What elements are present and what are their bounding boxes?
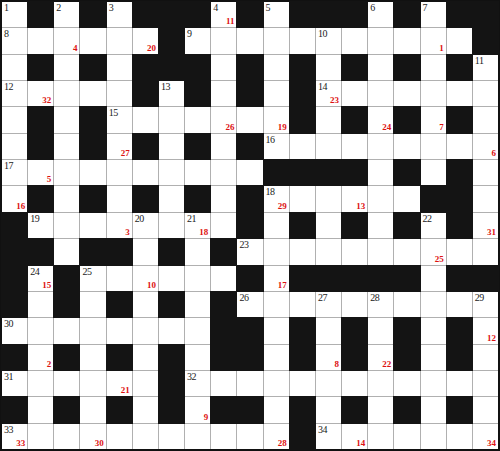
letter-cell-r17c16[interactable] — [394, 424, 419, 449]
black-cell-r4c8 — [185, 81, 210, 106]
clue-number-16: 16 — [266, 134, 275, 145]
black-cell-r8c17 — [421, 186, 446, 211]
letter-cell-r12c13[interactable]: 27 — [316, 292, 341, 317]
letter-cell-r12c15[interactable]: 28 — [368, 292, 393, 317]
red-number-15: 15 — [42, 281, 51, 290]
letter-cell-r7c5[interactable] — [107, 160, 132, 185]
red-number-11: 11 — [226, 17, 235, 26]
clue-number-22: 22 — [423, 213, 432, 224]
black-cell-r3c6 — [133, 55, 158, 80]
letter-cell-r14c11[interactable] — [264, 345, 289, 370]
letter-cell-r15c12[interactable] — [290, 371, 315, 396]
letter-cell-r17c8[interactable] — [185, 424, 210, 449]
letter-cell-r2c11[interactable] — [264, 28, 289, 53]
letter-cell-r4c17[interactable] — [421, 81, 446, 106]
black-cell-r1c4 — [80, 2, 105, 27]
clue-number-18: 18 — [266, 186, 275, 197]
red-number-8: 8 — [335, 360, 340, 369]
letter-cell-r9c6[interactable]: 20 — [133, 213, 158, 238]
letter-cell-r16c2[interactable] — [28, 397, 53, 422]
letter-cell-r13c17[interactable] — [421, 318, 446, 343]
black-cell-r14c12 — [290, 345, 315, 370]
letter-cell-r11c8[interactable] — [185, 266, 210, 291]
letter-cell-r6c7[interactable] — [159, 134, 184, 159]
black-cell-r14c10 — [237, 345, 262, 370]
letter-cell-r1c3[interactable]: 2 — [54, 2, 79, 27]
letter-cell-r17c6[interactable] — [133, 424, 158, 449]
letter-cell-r5c10[interactable] — [237, 107, 262, 132]
letter-cell-r10c8[interactable] — [185, 239, 210, 264]
letter-cell-r10c17[interactable]: 25 — [421, 239, 446, 264]
letter-cell-r17c1[interactable]: 3333 — [2, 424, 27, 449]
letter-cell-r7c9[interactable] — [211, 160, 236, 185]
letter-cell-r13c13[interactable] — [316, 318, 341, 343]
letter-cell-r15c2[interactable] — [28, 371, 53, 396]
letter-cell-r9c13[interactable] — [316, 213, 341, 238]
letter-cell-r10c15[interactable] — [368, 239, 393, 264]
black-cell-r13c12 — [290, 318, 315, 343]
black-cell-r3c14 — [342, 55, 367, 80]
letter-cell-r7c17[interactable] — [421, 160, 446, 185]
letter-cell-r14c15[interactable]: 22 — [368, 345, 393, 370]
letter-cell-r12c6[interactable] — [133, 292, 158, 317]
letter-cell-r2c4[interactable] — [80, 28, 105, 53]
letter-cell-r7c4[interactable] — [80, 160, 105, 185]
red-number-17: 17 — [278, 281, 287, 290]
clue-number-6: 6 — [370, 2, 375, 13]
letter-cell-r10c10[interactable]: 23 — [237, 239, 262, 264]
letter-cell-r6c14[interactable] — [342, 134, 367, 159]
letter-cell-r7c7[interactable] — [159, 160, 184, 185]
letter-cell-r3c5[interactable] — [107, 55, 132, 80]
letter-cell-r14c8[interactable] — [185, 345, 210, 370]
letter-cell-r2c10[interactable] — [237, 28, 262, 53]
black-cell-r14c16 — [394, 345, 419, 370]
letter-cell-r1c1[interactable]: 1 — [2, 2, 27, 27]
black-cell-r4c12 — [290, 81, 315, 106]
black-cell-r10c9 — [211, 239, 236, 264]
letter-cell-r16c15[interactable] — [368, 397, 393, 422]
letter-cell-r8c13[interactable] — [316, 186, 341, 211]
letter-cell-r4c3[interactable] — [54, 81, 79, 106]
letter-cell-r2c2[interactable] — [28, 28, 53, 53]
clue-number-1: 1 — [4, 2, 9, 13]
black-cell-r6c6 — [133, 134, 158, 159]
black-cell-r12c9 — [211, 292, 236, 317]
letter-cell-r8c19[interactable] — [473, 186, 498, 211]
letter-cell-r9c3[interactable] — [54, 213, 79, 238]
letter-cell-r10c13[interactable] — [316, 239, 341, 264]
letter-cell-r6c15[interactable] — [368, 134, 393, 159]
letter-cell-r7c2[interactable]: 5 — [28, 160, 53, 185]
letter-cell-r2c12[interactable] — [290, 28, 315, 53]
letter-cell-r14c17[interactable] — [421, 345, 446, 370]
letter-cell-r13c7[interactable] — [159, 318, 184, 343]
letter-cell-r13c4[interactable] — [80, 318, 105, 343]
letter-cell-r3c15[interactable] — [368, 55, 393, 80]
black-cell-r17c12 — [290, 424, 315, 449]
letter-cell-r13c11[interactable] — [264, 318, 289, 343]
letter-cell-r15c3[interactable] — [54, 371, 79, 396]
letter-cell-r8c7[interactable] — [159, 186, 184, 211]
letter-cell-r16c8[interactable]: 9 — [185, 397, 210, 422]
black-cell-r1c19 — [473, 2, 498, 27]
black-cell-r5c14 — [342, 107, 367, 132]
black-cell-r16c12 — [290, 397, 315, 422]
letter-cell-r8c3[interactable] — [54, 186, 79, 211]
black-cell-r9c10 — [237, 213, 262, 238]
letter-cell-r17c5[interactable] — [107, 424, 132, 449]
letter-cell-r8c5[interactable] — [107, 186, 132, 211]
letter-cell-r2c15[interactable] — [368, 28, 393, 53]
letter-cell-r15c13[interactable] — [316, 371, 341, 396]
black-cell-r9c18 — [447, 213, 472, 238]
black-cell-r11c13 — [316, 266, 341, 291]
letter-cell-r5c13[interactable] — [316, 107, 341, 132]
letter-cell-r17c2[interactable] — [28, 424, 53, 449]
letter-cell-r4c14[interactable] — [342, 81, 367, 106]
letter-cell-r13c8[interactable] — [185, 318, 210, 343]
black-cell-r6c8 — [185, 134, 210, 159]
letter-cell-r2c1[interactable]: 8 — [2, 28, 27, 53]
letter-cell-r12c19[interactable]: 29 — [473, 292, 498, 317]
letter-cell-r10c14[interactable] — [342, 239, 367, 264]
letter-cell-r13c1[interactable]: 30 — [2, 318, 27, 343]
letter-cell-r3c1[interactable] — [2, 55, 27, 80]
red-number-10: 10 — [147, 281, 156, 290]
clue-number-32: 32 — [187, 371, 196, 382]
black-cell-r12c1 — [2, 292, 27, 317]
letter-cell-r11c17[interactable] — [421, 266, 446, 291]
letter-cell-r16c13[interactable] — [316, 397, 341, 422]
letter-cell-r11c2[interactable]: 2415 — [28, 266, 53, 291]
letter-cell-r12c12[interactable] — [290, 292, 315, 317]
letter-cell-r14c2[interactable]: 2 — [28, 345, 53, 370]
letter-cell-r15c9[interactable] — [211, 371, 236, 396]
letter-cell-r6c17[interactable] — [421, 134, 446, 159]
letter-cell-r9c7[interactable] — [159, 213, 184, 238]
letter-cell-r15c4[interactable] — [80, 371, 105, 396]
letter-cell-r15c17[interactable] — [421, 371, 446, 396]
letter-cell-r11c11[interactable]: 17 — [264, 266, 289, 291]
letter-cell-r8c14[interactable]: 13 — [342, 186, 367, 211]
letter-cell-r5c15[interactable]: 24 — [368, 107, 393, 132]
letter-cell-r13c2[interactable] — [28, 318, 53, 343]
letter-cell-r1c17[interactable]: 7 — [421, 2, 446, 27]
letter-cell-r5c7[interactable] — [159, 107, 184, 132]
letter-cell-r4c11[interactable] — [264, 81, 289, 106]
black-cell-r1c12 — [290, 2, 315, 27]
letter-cell-r2c8[interactable]: 9 — [185, 28, 210, 53]
letter-cell-r7c15[interactable] — [368, 160, 393, 185]
black-cell-r3c12 — [290, 55, 315, 80]
letter-cell-r2c17[interactable]: 1 — [421, 28, 446, 53]
letter-cell-r10c11[interactable] — [264, 239, 289, 264]
letter-cell-r4c4[interactable] — [80, 81, 105, 106]
letter-cell-r5c8[interactable] — [185, 107, 210, 132]
black-cell-r16c9 — [211, 397, 236, 422]
letter-cell-r5c3[interactable] — [54, 107, 79, 132]
letter-cell-r12c8[interactable] — [185, 292, 210, 317]
letter-cell-r7c3[interactable] — [54, 160, 79, 185]
letter-cell-r5c19[interactable] — [473, 107, 498, 132]
letter-cell-r9c15[interactable] — [368, 213, 393, 238]
letter-cell-r15c11[interactable] — [264, 371, 289, 396]
letter-cell-r15c10[interactable] — [237, 371, 262, 396]
letter-cell-r17c9[interactable] — [211, 424, 236, 449]
red-number-19: 19 — [278, 123, 287, 132]
letter-cell-r16c4[interactable] — [80, 397, 105, 422]
letter-cell-r1c11[interactable]: 5 — [264, 2, 289, 27]
letter-cell-r12c18[interactable] — [447, 292, 472, 317]
letter-cell-r2c16[interactable] — [394, 28, 419, 53]
black-cell-r5c18 — [447, 107, 472, 132]
letter-cell-r7c10[interactable] — [237, 160, 262, 185]
clue-number-21: 21 — [187, 213, 196, 224]
letter-cell-r1c9[interactable]: 411 — [211, 2, 236, 27]
letter-cell-r12c16[interactable] — [394, 292, 419, 317]
letter-cell-r15c8[interactable]: 32 — [185, 371, 210, 396]
letter-cell-r9c8[interactable]: 2118 — [185, 213, 210, 238]
letter-cell-r15c6[interactable] — [133, 371, 158, 396]
letter-cell-r15c18[interactable] — [447, 371, 472, 396]
black-cell-r6c4 — [80, 134, 105, 159]
letter-cell-r7c6[interactable] — [133, 160, 158, 185]
letter-cell-r12c4[interactable] — [80, 292, 105, 317]
letter-cell-r3c19[interactable]: 11 — [473, 55, 498, 80]
letter-cell-r15c14[interactable] — [342, 371, 367, 396]
letter-cell-r3c13[interactable] — [316, 55, 341, 80]
clue-number-19: 19 — [30, 213, 39, 224]
letter-cell-r17c11[interactable]: 28 — [264, 424, 289, 449]
letter-cell-r17c13[interactable]: 34 — [316, 424, 341, 449]
black-cell-r9c12 — [290, 213, 315, 238]
letter-cell-r6c9[interactable] — [211, 134, 236, 159]
red-number-30: 30 — [95, 439, 104, 448]
red-number-34: 34 — [487, 439, 496, 448]
letter-cell-r9c5[interactable]: 3 — [107, 213, 132, 238]
clue-number-15: 15 — [109, 107, 118, 118]
letter-cell-r14c13[interactable]: 8 — [316, 345, 341, 370]
letter-cell-r10c12[interactable] — [290, 239, 315, 264]
letter-cell-r13c6[interactable] — [133, 318, 158, 343]
black-cell-r7c14 — [342, 160, 367, 185]
letter-cell-r10c6[interactable] — [133, 239, 158, 264]
letter-cell-r5c1[interactable] — [2, 107, 27, 132]
letter-cell-r3c9[interactable] — [211, 55, 236, 80]
letter-cell-r15c15[interactable] — [368, 371, 393, 396]
letter-cell-r17c10[interactable] — [237, 424, 262, 449]
letter-cell-r4c5[interactable] — [107, 81, 132, 106]
black-cell-r16c10 — [237, 397, 262, 422]
letter-cell-r6c19[interactable]: 6 — [473, 134, 498, 159]
letter-cell-r14c19[interactable] — [473, 345, 498, 370]
letter-cell-r15c1[interactable]: 31 — [2, 371, 27, 396]
letter-cell-r17c4[interactable]: 30 — [80, 424, 105, 449]
black-cell-r7c13 — [316, 160, 341, 185]
black-cell-r8c10 — [237, 186, 262, 211]
letter-cell-r6c13[interactable] — [316, 134, 341, 159]
letter-cell-r11c6[interactable]: 10 — [133, 266, 158, 291]
letter-cell-r10c16[interactable] — [394, 239, 419, 264]
letter-cell-r4c1[interactable]: 12 — [2, 81, 27, 106]
letter-cell-r11c5[interactable] — [107, 266, 132, 291]
letter-cell-r12c10[interactable]: 26 — [237, 292, 262, 317]
letter-cell-r6c18[interactable] — [447, 134, 472, 159]
letter-cell-r17c3[interactable] — [54, 424, 79, 449]
letter-cell-r16c19[interactable] — [473, 397, 498, 422]
black-cell-r9c16 — [394, 213, 419, 238]
letter-cell-r1c15[interactable]: 6 — [368, 2, 393, 27]
letter-cell-r2c9[interactable] — [211, 28, 236, 53]
red-number-2: 2 — [47, 360, 52, 369]
letter-cell-r2c5[interactable] — [107, 28, 132, 53]
letter-cell-r7c19[interactable] — [473, 160, 498, 185]
red-number-24: 24 — [382, 123, 391, 132]
letter-cell-r5c11[interactable]: 19 — [264, 107, 289, 132]
black-cell-r11c1 — [2, 266, 27, 291]
black-cell-r7c16 — [394, 160, 419, 185]
red-number-21: 21 — [121, 386, 130, 395]
black-cell-r11c10 — [237, 266, 262, 291]
letter-cell-r17c15[interactable] — [368, 424, 393, 449]
letter-cell-r7c8[interactable] — [185, 160, 210, 185]
letter-cell-r4c18[interactable] — [447, 81, 472, 106]
letter-cell-r12c17[interactable] — [421, 292, 446, 317]
black-cell-r8c4 — [80, 186, 105, 211]
letter-cell-r7c1[interactable]: 17 — [2, 160, 27, 185]
black-cell-r14c9 — [211, 345, 236, 370]
letter-cell-r9c11[interactable] — [264, 213, 289, 238]
letter-cell-r14c4[interactable] — [80, 345, 105, 370]
letter-cell-r12c11[interactable] — [264, 292, 289, 317]
letter-cell-r2c14[interactable] — [342, 28, 367, 53]
letter-cell-r6c3[interactable] — [54, 134, 79, 159]
letter-cell-r4c19[interactable] — [473, 81, 498, 106]
clue-number-7: 7 — [423, 2, 428, 13]
black-cell-r1c2 — [28, 2, 53, 27]
letter-cell-r9c19[interactable]: 31 — [473, 213, 498, 238]
black-cell-r6c2 — [28, 134, 53, 159]
letter-cell-r3c17[interactable] — [421, 55, 446, 80]
letter-cell-r9c9[interactable] — [211, 213, 236, 238]
letter-cell-r2c13[interactable]: 10 — [316, 28, 341, 53]
letter-cell-r9c4[interactable] — [80, 213, 105, 238]
letter-cell-r5c5[interactable]: 15 — [107, 107, 132, 132]
letter-cell-r11c9[interactable] — [211, 266, 236, 291]
clue-number-34: 34 — [318, 424, 327, 435]
letter-cell-r2c3[interactable]: 4 — [54, 28, 79, 53]
letter-cell-r6c12[interactable] — [290, 134, 315, 159]
letter-cell-r10c19[interactable] — [473, 239, 498, 264]
clue-number-12: 12 — [4, 81, 13, 92]
letter-cell-r5c17[interactable]: 7 — [421, 107, 446, 132]
letter-cell-r6c16[interactable] — [394, 134, 419, 159]
letter-cell-r16c17[interactable] — [421, 397, 446, 422]
letter-cell-r2c18[interactable] — [447, 28, 472, 53]
letter-cell-r13c19[interactable]: 12 — [473, 318, 498, 343]
letter-cell-r8c1[interactable]: 16 — [2, 186, 27, 211]
letter-cell-r9c17[interactable]: 22 — [421, 213, 446, 238]
clue-number-13: 13 — [161, 81, 170, 92]
letter-cell-r17c19[interactable]: 34 — [473, 424, 498, 449]
black-cell-r16c18 — [447, 397, 472, 422]
letter-cell-r1c5[interactable]: 3 — [107, 2, 132, 27]
letter-cell-r16c11[interactable] — [264, 397, 289, 422]
letter-cell-r17c7[interactable] — [159, 424, 184, 449]
letter-cell-r15c19[interactable] — [473, 371, 498, 396]
letter-cell-r4c16[interactable] — [394, 81, 419, 106]
black-cell-r3c18 — [447, 55, 472, 80]
letter-cell-r6c5[interactable]: 27 — [107, 134, 132, 159]
letter-cell-r11c7[interactable] — [159, 266, 184, 291]
black-cell-r5c16 — [394, 107, 419, 132]
letter-cell-r14c6[interactable] — [133, 345, 158, 370]
letter-cell-r2c6[interactable]: 20 — [133, 28, 158, 53]
red-number-26: 26 — [225, 123, 234, 132]
letter-cell-r8c15[interactable] — [368, 186, 393, 211]
letter-cell-r8c12[interactable] — [290, 186, 315, 211]
letter-cell-r4c9[interactable] — [211, 81, 236, 106]
letter-cell-r13c3[interactable] — [54, 318, 79, 343]
black-cell-r7c18 — [447, 160, 472, 185]
letter-cell-r12c2[interactable] — [28, 292, 53, 317]
letter-cell-r13c15[interactable] — [368, 318, 393, 343]
black-cell-r13c18 — [447, 318, 472, 343]
black-cell-r12c3 — [54, 292, 79, 317]
letter-cell-r4c7[interactable]: 13 — [159, 81, 184, 106]
letter-cell-r15c16[interactable] — [394, 371, 419, 396]
black-cell-r3c4 — [80, 55, 105, 80]
letter-cell-r8c16[interactable] — [394, 186, 419, 211]
letter-cell-r15c5[interactable]: 21 — [107, 371, 132, 396]
letter-cell-r17c17[interactable] — [421, 424, 446, 449]
letter-cell-r6c11[interactable]: 16 — [264, 134, 289, 159]
letter-cell-r10c3[interactable] — [54, 239, 79, 264]
black-cell-r16c5 — [107, 397, 132, 422]
letter-cell-r16c6[interactable] — [133, 397, 158, 422]
letter-cell-r17c18[interactable] — [447, 424, 472, 449]
black-cell-r7c11 — [264, 160, 289, 185]
clue-number-10: 10 — [318, 28, 327, 39]
letter-cell-r8c9[interactable] — [211, 186, 236, 211]
letter-cell-r4c2[interactable]: 32 — [28, 81, 53, 106]
letter-cell-r5c9[interactable]: 26 — [211, 107, 236, 132]
black-cell-r11c12 — [290, 266, 315, 291]
clue-number-3: 3 — [109, 2, 114, 13]
letter-cell-r4c15[interactable] — [368, 81, 393, 106]
letter-cell-r4c13[interactable]: 1423 — [316, 81, 341, 106]
letter-cell-r10c18[interactable] — [447, 239, 472, 264]
clue-number-4: 4 — [213, 2, 218, 13]
black-cell-r10c5 — [107, 239, 132, 264]
letter-cell-r5c6[interactable] — [133, 107, 158, 132]
black-cell-r1c6 — [133, 2, 158, 27]
letter-cell-r3c3[interactable] — [54, 55, 79, 80]
letter-cell-r13c5[interactable] — [107, 318, 132, 343]
letter-cell-r3c11[interactable] — [264, 55, 289, 80]
black-cell-r14c14 — [342, 345, 367, 370]
letter-cell-r12c14[interactable] — [342, 292, 367, 317]
red-number-6: 6 — [491, 149, 496, 158]
letter-cell-r11c4[interactable]: 25 — [80, 266, 105, 291]
black-cell-r15c7 — [159, 371, 184, 396]
black-cell-r3c10 — [237, 55, 262, 80]
letter-cell-r8c11[interactable]: 1829 — [264, 186, 289, 211]
letter-cell-r17c14[interactable]: 14 — [342, 424, 367, 449]
letter-cell-r6c1[interactable] — [2, 134, 27, 159]
letter-cell-r9c2[interactable]: 19 — [28, 213, 53, 238]
